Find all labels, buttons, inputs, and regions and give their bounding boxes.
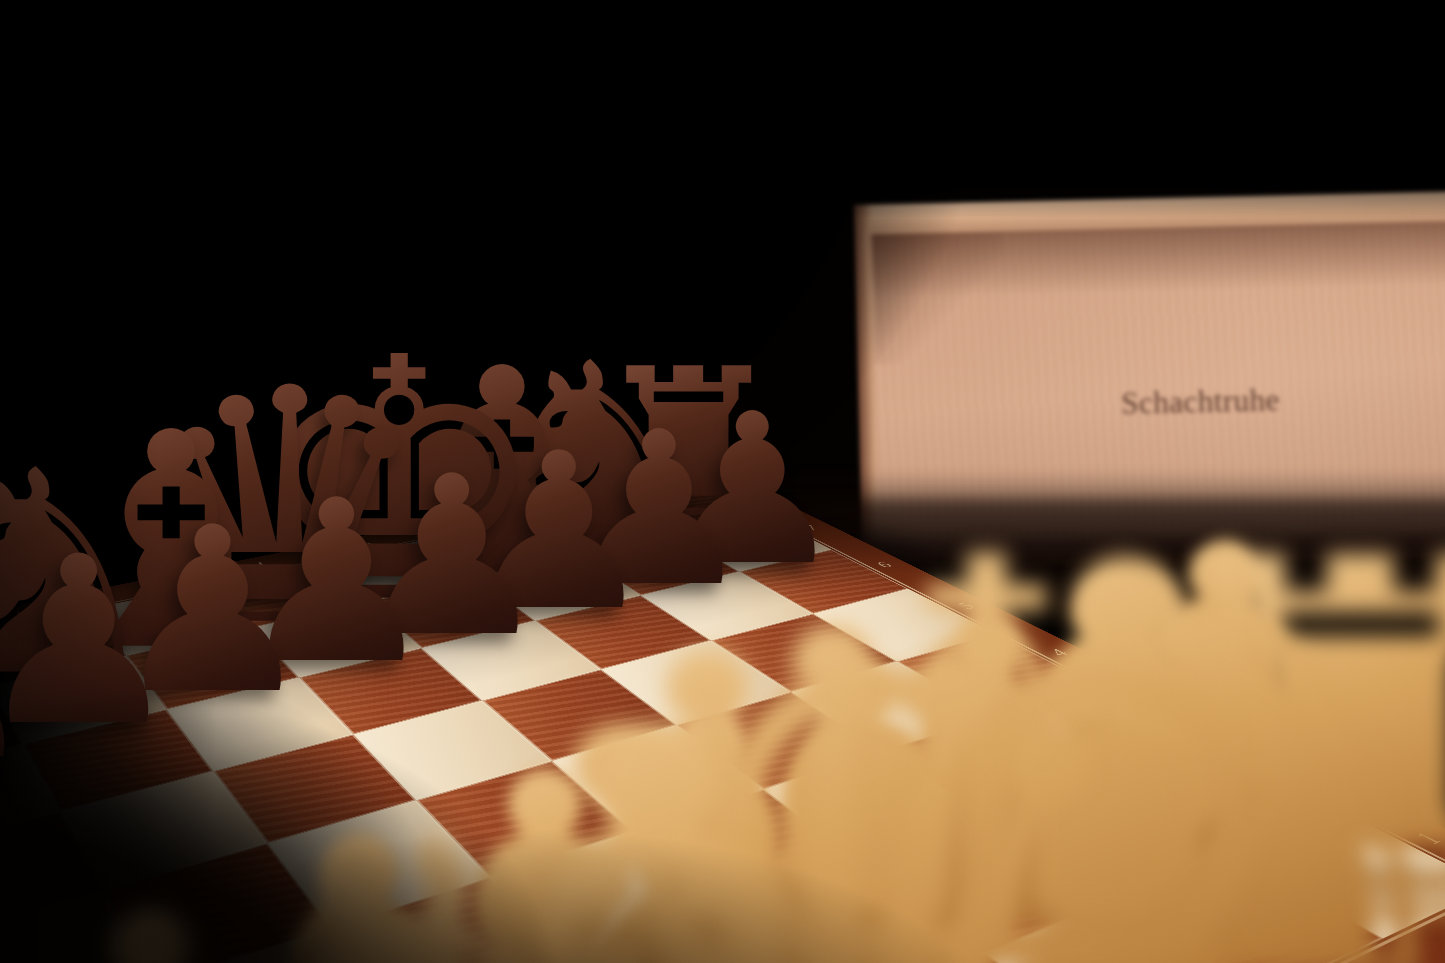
coordinate-label-c-far: c: [137, 584, 154, 595]
coordinate-label-f-far: f: [458, 519, 474, 527]
scene: Schachtruhe aabbccddeeffgghh887766554433…: [0, 0, 1445, 963]
coordinate-label-4-right: 4: [1045, 646, 1074, 659]
coordinate-label-2-right: 2: [1269, 758, 1305, 775]
coordinate-label-6-right: 6: [872, 560, 896, 570]
coordinate-label-5-right: 5: [953, 600, 979, 611]
coordinate-label-1-right: 1: [1408, 828, 1445, 848]
coordinate-label-e-far: e: [357, 539, 375, 548]
coordinate-label-h-far: h: [639, 482, 658, 490]
coordinate-label-8-right: 8: [736, 491, 756, 499]
coordinate-label-g-far: g: [551, 500, 570, 508]
box-corner-shadow: [873, 231, 1006, 364]
coordinate-label-d-far: d: [250, 561, 268, 571]
coordinate-label-b-far: b: [14, 608, 31, 620]
box-brand-label: Schachtruhe: [1121, 382, 1280, 422]
coordinate-label-7-right: 7: [800, 523, 822, 532]
coordinate-label-3-right: 3: [1149, 698, 1181, 713]
